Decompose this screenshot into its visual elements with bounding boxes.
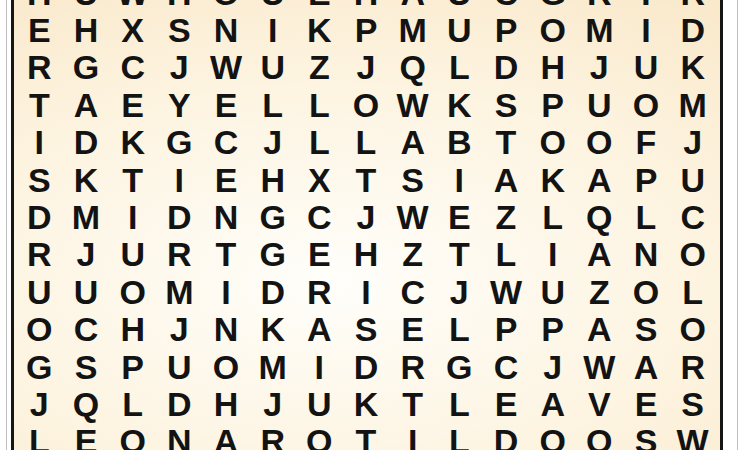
cell-r11c11[interactable]: C: [483, 348, 530, 385]
cell-r6c12[interactable]: K: [529, 161, 576, 198]
cell-r8c5[interactable]: T: [203, 236, 250, 273]
cell-r3c1[interactable]: R: [16, 49, 63, 86]
cell-r5c8[interactable]: L: [343, 124, 390, 161]
cell-r1c15[interactable]: R: [669, 0, 716, 11]
page-edge-line-right: [737, 0, 738, 450]
cell-r6c6[interactable]: H: [249, 161, 296, 198]
cell-r6c11[interactable]: A: [483, 161, 530, 198]
cell-r7c10[interactable]: E: [436, 198, 483, 235]
cell-r12c6[interactable]: J: [249, 385, 296, 422]
cell-r6c9[interactable]: S: [389, 161, 436, 198]
cell-r7c8[interactable]: J: [343, 198, 390, 235]
cell-r13c8[interactable]: T: [343, 423, 390, 450]
cell-r11c6[interactable]: M: [249, 348, 296, 385]
cell-r2c1[interactable]: E: [16, 11, 63, 48]
cell-r8c13[interactable]: A: [576, 236, 623, 273]
cell-r13c1[interactable]: L: [16, 423, 63, 450]
cell-r10c15[interactable]: O: [669, 310, 716, 347]
cell-r13c15[interactable]: W: [669, 423, 716, 450]
cell-r7c3[interactable]: I: [109, 198, 156, 235]
cell-r12c14[interactable]: E: [623, 385, 670, 422]
cell-r5c14[interactable]: F: [623, 124, 670, 161]
cell-r7c4[interactable]: D: [156, 198, 203, 235]
cell-r1c3[interactable]: W: [109, 0, 156, 11]
cell-r9c13[interactable]: Z: [576, 273, 623, 310]
cell-r7c11[interactable]: Z: [483, 198, 530, 235]
cell-r11c3[interactable]: P: [109, 348, 156, 385]
cell-r13c6[interactable]: R: [249, 423, 296, 450]
cell-r1c14[interactable]: T: [623, 0, 670, 11]
cell-r1c8[interactable]: H: [343, 0, 390, 11]
cell-r3c15[interactable]: K: [669, 49, 716, 86]
cell-r3c8[interactable]: J: [343, 49, 390, 86]
cell-r9c11[interactable]: W: [483, 273, 530, 310]
cell-r12c2[interactable]: Q: [63, 385, 110, 422]
cell-r2c5[interactable]: N: [203, 11, 250, 48]
cell-r11c1[interactable]: G: [16, 348, 63, 385]
cell-r5c15[interactable]: J: [669, 124, 716, 161]
cell-r3c12[interactable]: H: [529, 49, 576, 86]
cell-r10c4[interactable]: J: [156, 310, 203, 347]
cell-r13c5[interactable]: A: [203, 423, 250, 450]
cell-r8c9[interactable]: Z: [389, 236, 436, 273]
cell-r13c12[interactable]: O: [529, 423, 576, 450]
cell-r2c9[interactable]: M: [389, 11, 436, 48]
cell-r9c5[interactable]: I: [203, 273, 250, 310]
cell-r12c9[interactable]: T: [389, 385, 436, 422]
cell-r11c2[interactable]: S: [63, 348, 110, 385]
cell-r7c9[interactable]: W: [389, 198, 436, 235]
cell-r1c5[interactable]: O: [203, 0, 250, 11]
cell-r1c2[interactable]: U: [63, 0, 110, 11]
cell-r4c1[interactable]: T: [16, 86, 63, 123]
cell-r8c15[interactable]: O: [669, 236, 716, 273]
cell-r1c11[interactable]: C: [483, 0, 530, 11]
cell-r7c5[interactable]: N: [203, 198, 250, 235]
cell-r1c4[interactable]: H: [156, 0, 203, 11]
cell-r11c10[interactable]: G: [436, 348, 483, 385]
cell-r6c13[interactable]: A: [576, 161, 623, 198]
cell-r5c13[interactable]: O: [576, 124, 623, 161]
cell-r5c4[interactable]: G: [156, 124, 203, 161]
cell-r7c12[interactable]: L: [529, 198, 576, 235]
cell-r11c7[interactable]: I: [296, 348, 343, 385]
cell-r8c2[interactable]: J: [63, 236, 110, 273]
cell-r2c8[interactable]: P: [343, 11, 390, 48]
cell-r8c10[interactable]: T: [436, 236, 483, 273]
cell-r5c7[interactable]: L: [296, 124, 343, 161]
cell-r3c6[interactable]: U: [249, 49, 296, 86]
cell-r8c4[interactable]: R: [156, 236, 203, 273]
cell-r7c1[interactable]: D: [16, 198, 63, 235]
cell-r4c15[interactable]: M: [669, 86, 716, 123]
cell-r5c6[interactable]: J: [249, 124, 296, 161]
cell-r9c3[interactable]: O: [109, 273, 156, 310]
cell-r2c10[interactable]: U: [436, 11, 483, 48]
cell-r13c14[interactable]: S: [623, 423, 670, 450]
cell-r2c3[interactable]: X: [109, 11, 156, 48]
cell-r13c13[interactable]: O: [576, 423, 623, 450]
cell-r11c14[interactable]: A: [623, 348, 670, 385]
cell-r10c1[interactable]: O: [16, 310, 63, 347]
cell-r2c13[interactable]: M: [576, 11, 623, 48]
cell-r4c6[interactable]: L: [249, 86, 296, 123]
cell-r4c9[interactable]: W: [389, 86, 436, 123]
cell-r10c9[interactable]: E: [389, 310, 436, 347]
cell-r2c2[interactable]: H: [63, 11, 110, 48]
cell-r9c9[interactable]: C: [389, 273, 436, 310]
cell-r10c8[interactable]: S: [343, 310, 390, 347]
cell-r9c4[interactable]: M: [156, 273, 203, 310]
cell-r3c13[interactable]: J: [576, 49, 623, 86]
cell-r12c10[interactable]: L: [436, 385, 483, 422]
cell-r2c7[interactable]: K: [296, 11, 343, 48]
cell-r4c7[interactable]: L: [296, 86, 343, 123]
cell-r9c2[interactable]: U: [63, 273, 110, 310]
cell-r3c9[interactable]: Q: [389, 49, 436, 86]
cell-r7c13[interactable]: Q: [576, 198, 623, 235]
cell-r3c2[interactable]: G: [63, 49, 110, 86]
cell-r7c7[interactable]: C: [296, 198, 343, 235]
cell-r4c2[interactable]: A: [63, 86, 110, 123]
cell-r12c8[interactable]: K: [343, 385, 390, 422]
cell-r5c5[interactable]: C: [203, 124, 250, 161]
cell-r13c2[interactable]: E: [63, 423, 110, 450]
cell-r1c1[interactable]: H: [16, 0, 63, 11]
letter-grid: HUWHOUEHAUCGRTREHXSNIKPMUPOMIDRGCJWUZJQL…: [16, 0, 716, 450]
cell-r6c3[interactable]: T: [109, 161, 156, 198]
cell-r13c9[interactable]: I: [389, 423, 436, 450]
cell-r5c9[interactable]: A: [389, 124, 436, 161]
cell-r12c4[interactable]: D: [156, 385, 203, 422]
cell-r8c12[interactable]: I: [529, 236, 576, 273]
cell-r6c10[interactable]: I: [436, 161, 483, 198]
word-search-board: HUWHOUEHAUCGRTREHXSNIKPMUPOMIDRGCJWUZJQL…: [11, 0, 723, 450]
cell-r7c14[interactable]: L: [623, 198, 670, 235]
cell-r8c11[interactable]: L: [483, 236, 530, 273]
cell-r3c4[interactable]: J: [156, 49, 203, 86]
cell-r1c6[interactable]: U: [249, 0, 296, 11]
cell-r10c11[interactable]: P: [483, 310, 530, 347]
cell-r6c7[interactable]: X: [296, 161, 343, 198]
cell-r6c4[interactable]: I: [156, 161, 203, 198]
cell-r8c14[interactable]: N: [623, 236, 670, 273]
cell-r6c2[interactable]: K: [63, 161, 110, 198]
cell-r1c12[interactable]: G: [529, 0, 576, 11]
cell-r10c3[interactable]: H: [109, 310, 156, 347]
cell-r10c13[interactable]: A: [576, 310, 623, 347]
cell-r10c14[interactable]: S: [623, 310, 670, 347]
cell-r9c12[interactable]: U: [529, 273, 576, 310]
cell-r12c15[interactable]: S: [669, 385, 716, 422]
cell-r5c11[interactable]: T: [483, 124, 530, 161]
cell-r8c8[interactable]: H: [343, 236, 390, 273]
cell-r13c3[interactable]: O: [109, 423, 156, 450]
cell-r13c11[interactable]: D: [483, 423, 530, 450]
cell-r10c10[interactable]: L: [436, 310, 483, 347]
cell-r7c2[interactable]: M: [63, 198, 110, 235]
cell-r4c11[interactable]: S: [483, 86, 530, 123]
cell-r3c11[interactable]: D: [483, 49, 530, 86]
page-edge-line-left: [6, 0, 7, 450]
cell-r9c7[interactable]: R: [296, 273, 343, 310]
cell-r4c8[interactable]: O: [343, 86, 390, 123]
cell-r5c1[interactable]: I: [16, 124, 63, 161]
cell-r11c5[interactable]: O: [203, 348, 250, 385]
cell-r1c9[interactable]: A: [389, 0, 436, 11]
cell-r10c2[interactable]: C: [63, 310, 110, 347]
cell-r10c6[interactable]: K: [249, 310, 296, 347]
cell-r5c12[interactable]: O: [529, 124, 576, 161]
cell-r8c1[interactable]: R: [16, 236, 63, 273]
cell-r4c12[interactable]: P: [529, 86, 576, 123]
cell-r10c7[interactable]: A: [296, 310, 343, 347]
cell-r3c10[interactable]: L: [436, 49, 483, 86]
cell-r2c12[interactable]: O: [529, 11, 576, 48]
cell-r3c5[interactable]: W: [203, 49, 250, 86]
cell-r11c13[interactable]: W: [576, 348, 623, 385]
cell-r7c15[interactable]: C: [669, 198, 716, 235]
cell-r4c5[interactable]: E: [203, 86, 250, 123]
cell-r13c10[interactable]: L: [436, 423, 483, 450]
cell-r2c14[interactable]: I: [623, 11, 670, 48]
cell-r4c4[interactable]: Y: [156, 86, 203, 123]
cell-r8c6[interactable]: G: [249, 236, 296, 273]
cell-r1c13[interactable]: R: [576, 0, 623, 11]
cell-r8c3[interactable]: U: [109, 236, 156, 273]
cell-r3c14[interactable]: U: [623, 49, 670, 86]
cell-r4c14[interactable]: O: [623, 86, 670, 123]
cell-r4c3[interactable]: E: [109, 86, 156, 123]
cell-r12c12[interactable]: A: [529, 385, 576, 422]
cell-r6c15[interactable]: U: [669, 161, 716, 198]
cell-r7c6[interactable]: G: [249, 198, 296, 235]
cell-r10c5[interactable]: N: [203, 310, 250, 347]
cell-r2c11[interactable]: P: [483, 11, 530, 48]
cell-r5c3[interactable]: K: [109, 124, 156, 161]
cell-r1c10[interactable]: U: [436, 0, 483, 11]
cell-r6c8[interactable]: T: [343, 161, 390, 198]
cell-r5c10[interactable]: B: [436, 124, 483, 161]
cell-r5c2[interactable]: D: [63, 124, 110, 161]
cell-r6c1[interactable]: S: [16, 161, 63, 198]
cell-r9c10[interactable]: J: [436, 273, 483, 310]
cell-r12c7[interactable]: U: [296, 385, 343, 422]
cell-r13c4[interactable]: N: [156, 423, 203, 450]
cell-r2c15[interactable]: D: [669, 11, 716, 48]
cell-r11c15[interactable]: R: [669, 348, 716, 385]
cell-r12c11[interactable]: E: [483, 385, 530, 422]
cell-r12c3[interactable]: L: [109, 385, 156, 422]
cell-r3c7[interactable]: Z: [296, 49, 343, 86]
cell-r13c7[interactable]: O: [296, 423, 343, 450]
cell-r10c12[interactable]: P: [529, 310, 576, 347]
cell-r9c1[interactable]: U: [16, 273, 63, 310]
cell-r4c10[interactable]: K: [436, 86, 483, 123]
cell-r6c5[interactable]: E: [203, 161, 250, 198]
cell-r11c4[interactable]: U: [156, 348, 203, 385]
cell-r9c8[interactable]: I: [343, 273, 390, 310]
cell-r9c6[interactable]: D: [249, 273, 296, 310]
cell-r12c5[interactable]: H: [203, 385, 250, 422]
cell-r4c13[interactable]: U: [576, 86, 623, 123]
cell-r2c4[interactable]: S: [156, 11, 203, 48]
cell-r11c12[interactable]: J: [529, 348, 576, 385]
cell-r12c1[interactable]: J: [16, 385, 63, 422]
cell-r2c6[interactable]: I: [249, 11, 296, 48]
cell-r9c14[interactable]: O: [623, 273, 670, 310]
cell-r6c14[interactable]: P: [623, 161, 670, 198]
cell-r11c9[interactable]: R: [389, 348, 436, 385]
cell-r12c13[interactable]: V: [576, 385, 623, 422]
cell-r9c15[interactable]: L: [669, 273, 716, 310]
cell-r8c7[interactable]: E: [296, 236, 343, 273]
cell-r3c3[interactable]: C: [109, 49, 156, 86]
cell-r11c8[interactable]: D: [343, 348, 390, 385]
cell-r1c7[interactable]: E: [296, 0, 343, 11]
